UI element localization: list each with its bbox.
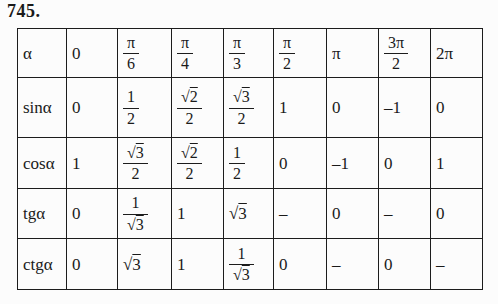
- radicand: 3: [242, 266, 250, 283]
- value-cell-r3c5: –: [274, 189, 327, 239]
- fraction: 1√3: [123, 194, 148, 234]
- header-cell-col2: π6: [118, 29, 172, 78]
- header-cell-col3: π4: [172, 29, 224, 78]
- fraction-numerator: π: [123, 34, 139, 54]
- value-cell-r4c4: 1√3: [224, 239, 274, 290]
- value-cell-r2c3: √22: [172, 138, 224, 189]
- header-cell-col5: π2: [274, 29, 327, 78]
- value-cell-r3c8: 0: [431, 189, 483, 239]
- radicand: 3: [136, 216, 144, 233]
- value-cell-r1c3: √22: [172, 78, 224, 138]
- value-cell-r4c8: –: [431, 239, 483, 290]
- value-cell-r2c4: 12: [224, 138, 274, 189]
- fraction-denominator: 2: [229, 164, 245, 183]
- corner-cell-alpha: α: [18, 29, 67, 78]
- fraction-numerator: π: [279, 34, 295, 54]
- fraction-denominator: 6: [123, 54, 139, 73]
- fraction-denominator: 2: [177, 164, 202, 183]
- value-cell-r2c6: –1: [327, 138, 379, 189]
- header-cell-col7: 3π2: [379, 29, 431, 78]
- header-cell-col1: 0: [67, 29, 118, 78]
- value-cell-r2c8: 1: [431, 138, 483, 189]
- fraction-denominator: 3: [229, 54, 245, 73]
- value-cell-r4c7: 0: [379, 239, 431, 290]
- value-cell-r4c5: 0: [274, 239, 327, 290]
- value-cell-r1c5: 1: [274, 78, 327, 138]
- sqrt-expression: √3: [233, 88, 250, 105]
- sqrt-expression: √3: [233, 266, 250, 283]
- fraction: 12: [123, 88, 139, 128]
- fraction-denominator: 2: [123, 109, 139, 128]
- fraction-numerator: √3: [229, 88, 254, 108]
- value-cell-r3c4: √3: [224, 189, 274, 239]
- fraction-denominator: 2: [123, 164, 148, 183]
- fraction-numerator: 3π: [384, 34, 408, 54]
- value-cell-r4c3: 1: [172, 239, 224, 290]
- value-cell-r1c1: 0: [67, 78, 118, 138]
- value-cell-r3c6: 0: [327, 189, 379, 239]
- header-cell-col6: π: [327, 29, 379, 78]
- fraction: π4: [177, 34, 193, 74]
- fraction-denominator: 2: [279, 54, 295, 73]
- fraction-denominator: √3: [229, 265, 254, 284]
- fraction: 3π2: [384, 34, 408, 74]
- sqrt-expression: √3: [127, 144, 144, 161]
- fraction-numerator: 1: [229, 144, 245, 164]
- fraction-numerator: 1: [123, 194, 148, 214]
- value-cell-r3c3: 1: [172, 189, 224, 239]
- row-label-ctgalpha: ctgα: [18, 239, 67, 290]
- fraction-denominator: 2: [229, 109, 254, 128]
- fraction-numerator: √2: [177, 144, 202, 164]
- row-label-tgalpha: tgα: [18, 189, 67, 239]
- value-cell-r1c7: –1: [379, 78, 431, 138]
- fraction: √22: [177, 88, 202, 128]
- fraction-numerator: 1: [229, 245, 254, 265]
- value-cell-r2c2: √32: [118, 138, 172, 189]
- radicand: 3: [136, 144, 144, 161]
- fraction-numerator: √2: [177, 88, 202, 108]
- fraction-denominator: 4: [177, 54, 193, 73]
- sqrt-expression: √2: [181, 88, 198, 105]
- radicand: 2: [190, 144, 198, 161]
- fraction: π6: [123, 34, 139, 74]
- fraction-denominator: √3: [123, 215, 148, 234]
- header-cell-col8: 2π: [431, 29, 483, 78]
- radicand: 3: [238, 204, 247, 223]
- row-label-cosalpha: cosα: [18, 138, 67, 189]
- fraction: 1√3: [229, 245, 254, 285]
- page: 745. α0π6π4π3π2π3π22πsinα012√22√3210–10c…: [0, 0, 498, 304]
- fraction-denominator: 2: [177, 109, 202, 128]
- fraction: √22: [177, 144, 202, 184]
- fraction-denominator: 2: [384, 54, 408, 73]
- value-cell-r3c7: –: [379, 189, 431, 239]
- value-cell-r1c6: 0: [327, 78, 379, 138]
- sqrt-expression: √2: [181, 144, 198, 161]
- value-cell-r4c1: 0: [67, 239, 118, 290]
- value-cell-r4c2: √3: [118, 239, 172, 290]
- value-cell-r3c1: 0: [67, 189, 118, 239]
- trig-values-table: α0π6π4π3π2π3π22πsinα012√22√3210–10cosα1√…: [17, 28, 483, 290]
- value-cell-r1c2: 12: [118, 78, 172, 138]
- sqrt-expression: √3: [123, 256, 141, 273]
- sqrt-expression: √3: [127, 216, 144, 233]
- value-cell-r1c8: 0: [431, 78, 483, 138]
- fraction: 12: [229, 144, 245, 184]
- header-cell-col4: π3: [224, 29, 274, 78]
- fraction: √32: [123, 144, 148, 184]
- fraction-numerator: π: [177, 34, 193, 54]
- row-label-sinalpha: sinα: [18, 78, 67, 138]
- fraction-numerator: π: [229, 34, 245, 54]
- sqrt-expression: √3: [229, 205, 247, 222]
- value-cell-r4c6: –: [327, 239, 379, 290]
- value-cell-r2c1: 1: [67, 138, 118, 189]
- fraction: π3: [229, 34, 245, 74]
- fraction: π2: [279, 34, 295, 74]
- value-cell-r1c4: √32: [224, 78, 274, 138]
- fraction-numerator: 1: [123, 88, 139, 108]
- value-cell-r2c7: 0: [379, 138, 431, 189]
- value-cell-r2c5: 0: [274, 138, 327, 189]
- radicand: 2: [190, 88, 198, 105]
- exercise-number: 745.: [7, 1, 41, 22]
- radicand: 3: [242, 88, 250, 105]
- value-cell-r3c2: 1√3: [118, 189, 172, 239]
- fraction: √32: [229, 88, 254, 128]
- fraction-numerator: √3: [123, 144, 148, 164]
- radicand: 3: [132, 255, 141, 274]
